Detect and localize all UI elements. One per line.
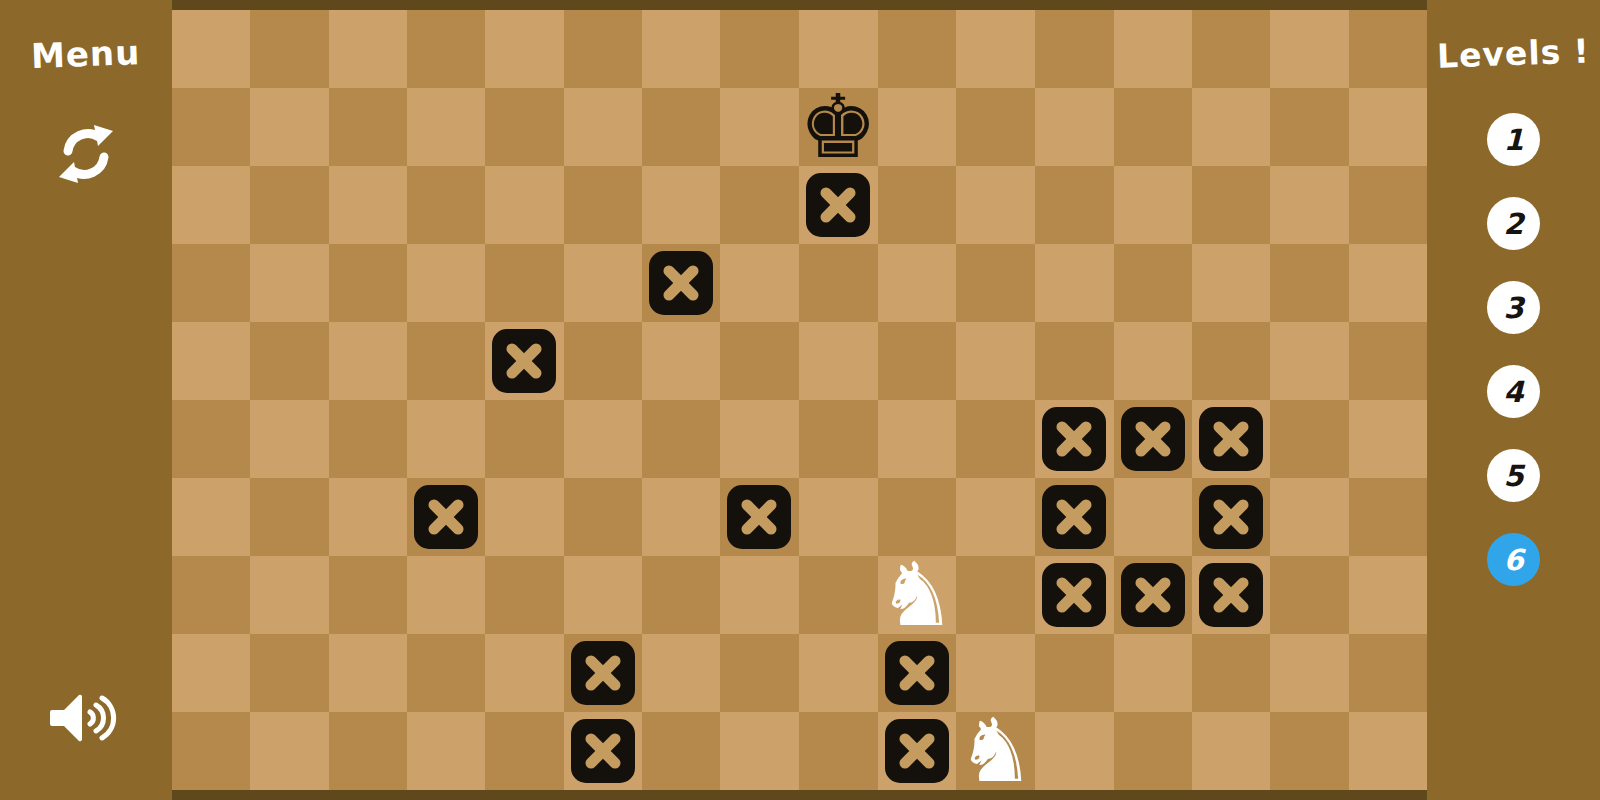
- board-square[interactable]: [564, 166, 642, 244]
- board-square[interactable]: [642, 712, 720, 790]
- board-square[interactable]: [720, 712, 798, 790]
- board-square[interactable]: [642, 634, 720, 712]
- board-square[interactable]: [172, 244, 250, 322]
- board-square[interactable]: [956, 556, 1035, 634]
- target-x-tile[interactable]: [571, 719, 635, 783]
- board-square[interactable]: [1270, 712, 1348, 790]
- board-square[interactable]: [1114, 556, 1192, 634]
- board-square[interactable]: [1349, 322, 1427, 400]
- board-square[interactable]: [564, 322, 642, 400]
- board-square[interactable]: [564, 634, 642, 712]
- board-square[interactable]: [485, 400, 563, 478]
- target-x-tile[interactable]: [727, 485, 791, 549]
- board-square[interactable]: [642, 88, 720, 166]
- board-square[interactable]: [1270, 88, 1348, 166]
- target-x-tile[interactable]: [571, 641, 635, 705]
- board-square[interactable]: [1114, 478, 1192, 556]
- board-square[interactable]: [1192, 478, 1270, 556]
- board-square[interactable]: [1192, 166, 1270, 244]
- board-square[interactable]: [956, 10, 1035, 88]
- target-x-tile[interactable]: [492, 329, 556, 393]
- board-square[interactable]: [172, 400, 250, 478]
- level-list: 123456: [1487, 113, 1540, 617]
- board-square[interactable]: [1192, 244, 1270, 322]
- target-x-tile[interactable]: [1121, 563, 1185, 627]
- board-square[interactable]: [799, 712, 878, 790]
- board-square[interactable]: ♚: [799, 88, 878, 166]
- board-square[interactable]: [720, 10, 798, 88]
- board-square[interactable]: [878, 712, 957, 790]
- board-square[interactable]: [642, 166, 720, 244]
- board-square[interactable]: [564, 712, 642, 790]
- board-square[interactable]: [1192, 712, 1270, 790]
- level-button-5[interactable]: 5: [1487, 449, 1540, 502]
- board-square[interactable]: [250, 478, 328, 556]
- white-knight[interactable]: ♞: [878, 556, 957, 634]
- target-x-tile[interactable]: [806, 173, 870, 237]
- board-square[interactable]: [1114, 634, 1192, 712]
- board-square[interactable]: [485, 10, 563, 88]
- board-square[interactable]: [878, 244, 957, 322]
- board-square[interactable]: [250, 556, 328, 634]
- board-square[interactable]: [799, 634, 878, 712]
- target-x-tile[interactable]: [1121, 407, 1185, 471]
- target-x-tile[interactable]: [885, 641, 949, 705]
- board-square[interactable]: [799, 478, 878, 556]
- board-square[interactable]: [878, 10, 957, 88]
- board-square[interactable]: [564, 556, 642, 634]
- board-square[interactable]: [1035, 400, 1113, 478]
- board-square[interactable]: [878, 400, 957, 478]
- board-square[interactable]: [1114, 88, 1192, 166]
- board-square[interactable]: [1349, 166, 1427, 244]
- board-square[interactable]: [1270, 400, 1348, 478]
- board-square[interactable]: [407, 166, 485, 244]
- board-square[interactable]: [720, 478, 798, 556]
- black-king[interactable]: ♚: [799, 88, 878, 166]
- board-square[interactable]: [1270, 478, 1348, 556]
- board-square[interactable]: [1270, 634, 1348, 712]
- target-x-tile[interactable]: [649, 251, 713, 315]
- board-square[interactable]: [250, 10, 328, 88]
- board-square[interactable]: [1192, 88, 1270, 166]
- target-x-tile[interactable]: [1199, 485, 1263, 549]
- board-square[interactable]: [642, 556, 720, 634]
- board-square[interactable]: [642, 322, 720, 400]
- levels-title: Levels !: [1436, 31, 1590, 75]
- board-square[interactable]: [1114, 166, 1192, 244]
- board-square[interactable]: [720, 166, 798, 244]
- board-square[interactable]: [1349, 556, 1427, 634]
- board-square[interactable]: [172, 88, 250, 166]
- board-square[interactable]: [250, 244, 328, 322]
- board-square[interactable]: [878, 634, 957, 712]
- board-square[interactable]: [564, 478, 642, 556]
- target-x-tile[interactable]: [1042, 563, 1106, 627]
- board-square[interactable]: [329, 244, 407, 322]
- board-square[interactable]: [799, 322, 878, 400]
- target-x-tile[interactable]: [414, 485, 478, 549]
- board-square[interactable]: [250, 634, 328, 712]
- board-square[interactable]: [642, 400, 720, 478]
- board-square[interactable]: [407, 712, 485, 790]
- board-square[interactable]: [1270, 556, 1348, 634]
- board-square[interactable]: [407, 322, 485, 400]
- board-square[interactable]: [250, 400, 328, 478]
- game-screen: Menu ♚♞♞: [0, 0, 1600, 800]
- board-square[interactable]: [485, 712, 563, 790]
- board-square[interactable]: [799, 166, 878, 244]
- board-square[interactable]: [720, 556, 798, 634]
- board-square[interactable]: [1349, 400, 1427, 478]
- board-square[interactable]: [956, 244, 1035, 322]
- board-square[interactable]: [329, 712, 407, 790]
- board-square[interactable]: [1349, 244, 1427, 322]
- board-square[interactable]: [720, 400, 798, 478]
- target-x-tile[interactable]: [1199, 563, 1263, 627]
- right-sidebar: Levels ! 123456: [1427, 0, 1600, 800]
- board-square[interactable]: [485, 166, 563, 244]
- board-square[interactable]: [1192, 556, 1270, 634]
- board-square[interactable]: [720, 88, 798, 166]
- board-square[interactable]: [1114, 322, 1192, 400]
- board-square[interactable]: [1035, 244, 1113, 322]
- board-square[interactable]: [329, 556, 407, 634]
- board-square[interactable]: [1114, 400, 1192, 478]
- board-square[interactable]: [1192, 10, 1270, 88]
- board-square[interactable]: [1270, 166, 1348, 244]
- board-square[interactable]: [642, 10, 720, 88]
- board-square[interactable]: [1114, 244, 1192, 322]
- board-square[interactable]: [172, 634, 250, 712]
- board-square[interactable]: [956, 322, 1035, 400]
- left-sidebar: Menu: [0, 0, 172, 800]
- board-square[interactable]: [329, 634, 407, 712]
- board-square[interactable]: [1035, 88, 1113, 166]
- board-square[interactable]: [564, 88, 642, 166]
- target-x-tile[interactable]: [1042, 407, 1106, 471]
- board-square[interactable]: [564, 244, 642, 322]
- restart-button[interactable]: [54, 122, 118, 189]
- board-square[interactable]: [250, 712, 328, 790]
- board-square[interactable]: [799, 556, 878, 634]
- board-square[interactable]: [1270, 244, 1348, 322]
- chess-board: ♚♞♞: [172, 10, 1427, 790]
- board-square[interactable]: [720, 244, 798, 322]
- board-square[interactable]: [720, 634, 798, 712]
- board-square[interactable]: [1114, 712, 1192, 790]
- board-square[interactable]: [878, 322, 957, 400]
- board-square[interactable]: [564, 10, 642, 88]
- board-square[interactable]: [642, 244, 720, 322]
- speaker-icon: [48, 689, 124, 747]
- board-square[interactable]: [172, 322, 250, 400]
- level-button-4[interactable]: 4: [1487, 365, 1540, 418]
- board-square[interactable]: [407, 556, 485, 634]
- board-square[interactable]: [1035, 634, 1113, 712]
- menu-button[interactable]: Menu: [31, 32, 142, 76]
- board-square[interactable]: [329, 166, 407, 244]
- board-square[interactable]: [956, 88, 1035, 166]
- board-square[interactable]: [564, 400, 642, 478]
- board-bottom-border: [172, 790, 1427, 800]
- board-square[interactable]: [1270, 322, 1348, 400]
- board-square[interactable]: [642, 478, 720, 556]
- board-square[interactable]: [799, 244, 878, 322]
- target-x-tile[interactable]: [1199, 407, 1263, 471]
- board-square[interactable]: [1192, 400, 1270, 478]
- board-area: ♚♞♞: [172, 0, 1427, 800]
- board-square[interactable]: [485, 88, 563, 166]
- board-square[interactable]: [485, 478, 563, 556]
- board-square[interactable]: [407, 88, 485, 166]
- sound-button[interactable]: [48, 689, 124, 750]
- board-square[interactable]: [407, 478, 485, 556]
- target-x-tile[interactable]: [1042, 485, 1106, 549]
- board-square[interactable]: [329, 10, 407, 88]
- board-square[interactable]: [1114, 10, 1192, 88]
- board-square[interactable]: [956, 478, 1035, 556]
- board-square[interactable]: [1035, 166, 1113, 244]
- board-square[interactable]: [329, 322, 407, 400]
- board-square[interactable]: [485, 244, 563, 322]
- board-top-border: [172, 0, 1427, 10]
- board-square[interactable]: [1349, 634, 1427, 712]
- board-square[interactable]: [172, 712, 250, 790]
- board-square[interactable]: ♞: [878, 556, 957, 634]
- level-button-1[interactable]: 1: [1487, 113, 1540, 166]
- target-x-tile[interactable]: [885, 719, 949, 783]
- level-button-6[interactable]: 6: [1487, 533, 1540, 586]
- board-square[interactable]: ♞: [956, 712, 1035, 790]
- board-square[interactable]: [1192, 322, 1270, 400]
- board-square[interactable]: [956, 166, 1035, 244]
- board-square[interactable]: [1349, 88, 1427, 166]
- board-square[interactable]: [329, 478, 407, 556]
- board-square[interactable]: [1035, 478, 1113, 556]
- board-square[interactable]: [407, 400, 485, 478]
- board-square[interactable]: [956, 400, 1035, 478]
- board-square[interactable]: [1270, 10, 1348, 88]
- level-button-2[interactable]: 2: [1487, 197, 1540, 250]
- board-square[interactable]: [172, 478, 250, 556]
- board-square[interactable]: [407, 244, 485, 322]
- board-square[interactable]: [878, 166, 957, 244]
- white-knight[interactable]: ♞: [956, 712, 1035, 790]
- board-square[interactable]: [172, 556, 250, 634]
- board-square[interactable]: [1192, 634, 1270, 712]
- board-square[interactable]: [172, 10, 250, 88]
- board-square[interactable]: [1349, 712, 1427, 790]
- board-square[interactable]: [1035, 322, 1113, 400]
- board-square[interactable]: [878, 88, 957, 166]
- board-square[interactable]: [329, 400, 407, 478]
- refresh-icon: [54, 122, 118, 186]
- board-square[interactable]: [1035, 556, 1113, 634]
- level-button-3[interactable]: 3: [1487, 281, 1540, 334]
- board-square[interactable]: [799, 400, 878, 478]
- board-square[interactable]: [485, 322, 563, 400]
- board-square[interactable]: [1349, 10, 1427, 88]
- board-square[interactable]: [1349, 478, 1427, 556]
- board-square[interactable]: [407, 634, 485, 712]
- board-square[interactable]: [1035, 10, 1113, 88]
- board-square[interactable]: [1035, 712, 1113, 790]
- board-square[interactable]: [250, 88, 328, 166]
- board-square[interactable]: [720, 322, 798, 400]
- board-square[interactable]: [485, 556, 563, 634]
- board-square[interactable]: [407, 10, 485, 88]
- board-square[interactable]: [250, 322, 328, 400]
- board-square[interactable]: [485, 634, 563, 712]
- board-square[interactable]: [172, 166, 250, 244]
- board-square[interactable]: [329, 88, 407, 166]
- board-square[interactable]: [250, 166, 328, 244]
